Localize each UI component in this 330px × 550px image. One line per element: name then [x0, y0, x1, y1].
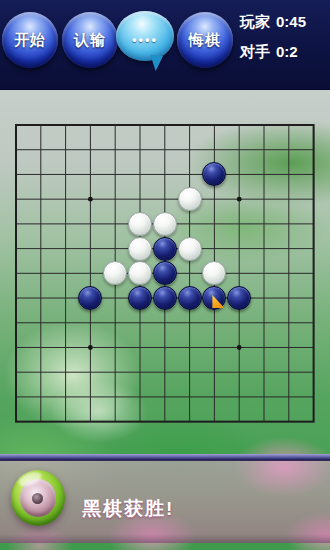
- black-stone: [153, 261, 177, 285]
- black-stone: [128, 286, 152, 310]
- white-stone: [178, 237, 202, 261]
- speaker-icon: [11, 470, 65, 526]
- speaker-face: [20, 479, 56, 517]
- start-button[interactable]: 开始: [2, 12, 58, 68]
- white-stone: [153, 212, 177, 236]
- status-message: 黑棋获胜!: [82, 496, 174, 522]
- top-bar: 开始 认输 •••• 悔棋 玩家 0:45 对手 0:2: [0, 0, 330, 90]
- undo-button[interactable]: 悔棋: [177, 12, 233, 68]
- black-stone: [153, 286, 177, 310]
- resign-button[interactable]: 认输: [62, 12, 118, 68]
- chat-button[interactable]: ••••: [116, 11, 174, 61]
- chat-dots-icon: ••••: [132, 32, 158, 47]
- star-point: [88, 197, 93, 202]
- star-point: [237, 197, 242, 202]
- white-stone: [178, 187, 202, 211]
- timers: 玩家 0:45 对手 0:2: [240, 13, 306, 62]
- opponent-time: 0:2: [276, 43, 298, 62]
- black-stone: [178, 286, 202, 310]
- black-stone: [153, 237, 177, 261]
- star-point: [237, 345, 242, 350]
- player-timer: 玩家 0:45: [240, 13, 306, 32]
- opponent-label: 对手: [240, 43, 270, 62]
- player-time: 0:45: [276, 13, 306, 32]
- white-stone: [128, 237, 152, 261]
- white-stone: [128, 212, 152, 236]
- status-banner: 黑棋获胜!: [0, 454, 330, 543]
- speaker-center-dot: [32, 493, 43, 504]
- player-label: 玩家: [240, 13, 270, 32]
- star-point: [88, 345, 93, 350]
- gomoku-app-screen: 开始 认输 •••• 悔棋 玩家 0:45 对手 0:2 黑棋获胜!: [0, 0, 330, 550]
- opponent-timer: 对手 0:2: [240, 43, 306, 62]
- gomoku-board[interactable]: [15, 124, 315, 423]
